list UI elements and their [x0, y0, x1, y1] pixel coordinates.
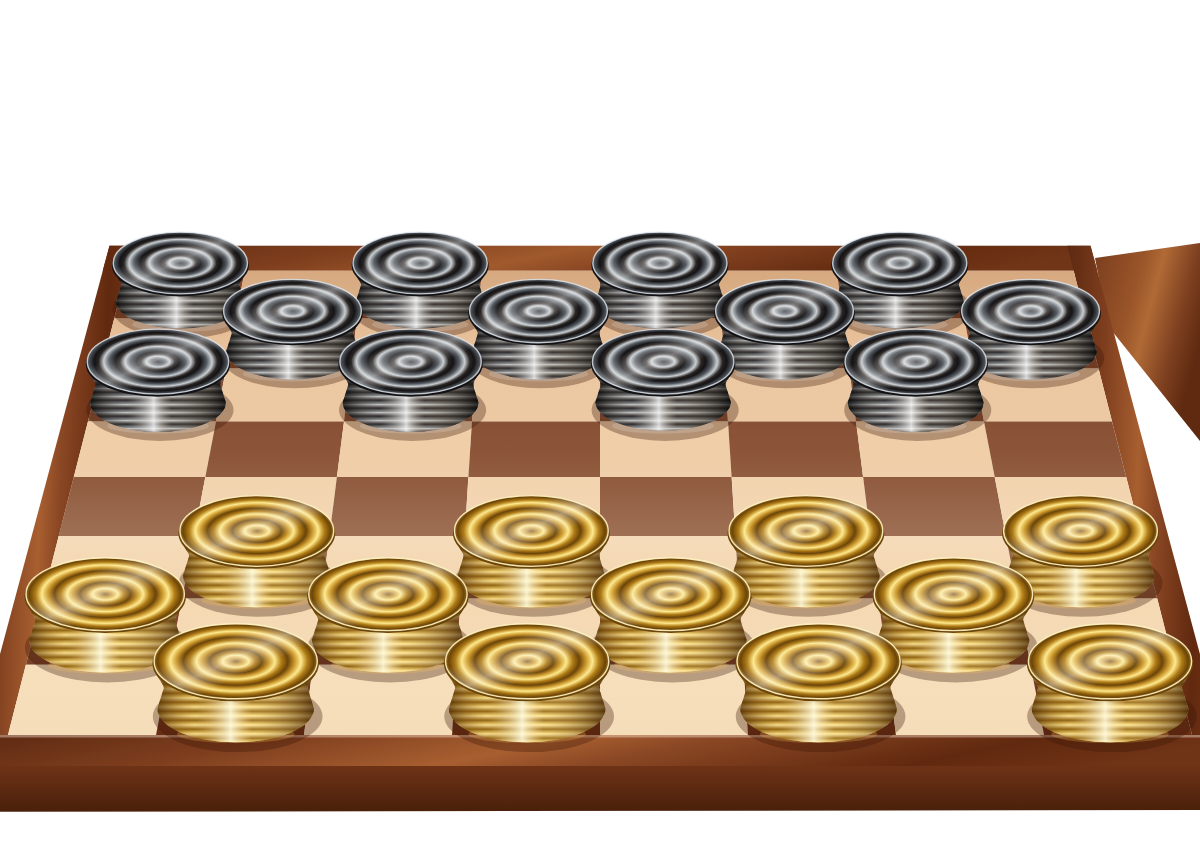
front-seam-highlight: [0, 735, 1200, 738]
square-r3c4[interactable]: [461, 536, 600, 598]
square-r1c3[interactable]: [304, 665, 457, 735]
gold-piece-r2c7[interactable]: ⛀: [873, 525, 1038, 682]
dark-piece-r8c7[interactable]: ⛂: [831, 205, 971, 338]
gold-piece-r3c6[interactable]: ⛀: [728, 464, 888, 617]
pieces-layer[interactable]: ⛂⛂⛂⛂⛂⛂⛂⛂⛂⛂⛂⛂⛀⛀⛀⛀⛀⛀⛀⛀⛀⛀⛀⛀: [24, 205, 1196, 752]
square-r8c6[interactable]: [718, 271, 843, 319]
square-r5c5[interactable]: [600, 421, 732, 477]
dark-piece-r7c6[interactable]: ⛂: [714, 251, 858, 388]
square-r1c6[interactable]: [744, 665, 897, 735]
square-r5c3[interactable]: [337, 421, 472, 477]
square-r6c4[interactable]: [472, 369, 600, 422]
gold-piece-r1c2[interactable]: ⛀: [152, 589, 322, 752]
square-r5c8[interactable]: [984, 421, 1126, 477]
gold-piece-r3c2[interactable]: ⛀: [178, 464, 338, 617]
square-r4c6[interactable]: [732, 477, 871, 536]
square-r6c7[interactable]: [849, 369, 984, 422]
square-r6c3[interactable]: [344, 369, 475, 422]
dark-piece-r8c3[interactable]: ⛂: [352, 205, 492, 338]
square-r7c6[interactable]: [721, 318, 849, 368]
gold-piece-r1c6[interactable]: ⛀: [735, 589, 905, 752]
far-depth-tint: [74, 246, 1126, 477]
gold-piece-r3c4[interactable]: ⛀: [453, 464, 613, 617]
square-r3c3[interactable]: [321, 536, 464, 598]
checkers-board[interactable]: ⛂⛂⛂⛂⛂⛂⛂⛂⛂⛂⛂⛂⛀⛀⛀⛀⛀⛀⛀⛀⛀⛀⛀⛀: [0, 0, 1200, 845]
square-r7c5[interactable]: [600, 318, 725, 368]
square-r3c6[interactable]: [735, 536, 878, 598]
square-r5c6[interactable]: [728, 421, 863, 477]
square-r1c2[interactable]: [156, 665, 313, 735]
square-r2c5[interactable]: [600, 599, 744, 665]
square-r3c2[interactable]: [182, 536, 329, 598]
square-r7c4[interactable]: [475, 318, 600, 368]
checkers-photo-scene: ⛂⛂⛂⛂⛂⛂⛂⛂⛂⛂⛂⛂⛀⛀⛀⛀⛀⛀⛀⛀⛀⛀⛀⛀: [0, 0, 1200, 845]
square-r8c7[interactable]: [837, 271, 965, 319]
square-r5c4[interactable]: [468, 421, 600, 477]
square-r7c7[interactable]: [843, 318, 974, 368]
gold-piece-r2c1[interactable]: ⛀: [24, 525, 189, 682]
square-r8c4[interactable]: [479, 271, 600, 319]
square-r1c4[interactable]: [452, 665, 600, 735]
dark-piece-r6c5[interactable]: ⛂: [591, 300, 739, 441]
square-r5c2[interactable]: [205, 421, 344, 477]
square-r6c6[interactable]: [725, 369, 856, 422]
gold-piece-r1c4[interactable]: ⛀: [444, 589, 614, 752]
square-r8c2[interactable]: [236, 271, 364, 319]
square-r5c1[interactable]: [74, 421, 216, 477]
square-r3c1[interactable]: [43, 536, 194, 598]
board-frame-left: [0, 246, 133, 766]
square-r8c3[interactable]: [357, 271, 482, 319]
square-r4c4[interactable]: [465, 477, 600, 536]
square-r1c8[interactable]: [1031, 665, 1193, 735]
square-r2c3[interactable]: [313, 599, 461, 665]
gloss-reflection: [8, 271, 1192, 735]
square-r4c7[interactable]: [863, 477, 1006, 536]
square-r3c8[interactable]: [1006, 536, 1157, 598]
square-r1c7[interactable]: [887, 665, 1044, 735]
dark-piece-r8c5[interactable]: ⛂: [591, 205, 731, 338]
square-r6c5[interactable]: [600, 369, 728, 422]
background-wood-panel: [1095, 243, 1200, 441]
board-front-face: [0, 766, 1200, 812]
gold-piece-r3c8[interactable]: ⛀: [1002, 464, 1162, 617]
square-r7c8[interactable]: [964, 318, 1098, 368]
dark-piece-r7c8[interactable]: ⛂: [960, 251, 1104, 388]
square-r8c5[interactable]: [600, 271, 721, 319]
dark-piece-r6c7[interactable]: ⛂: [844, 300, 992, 441]
square-r6c1[interactable]: [88, 369, 226, 422]
square-r3c5[interactable]: [600, 536, 739, 598]
gold-piece-r2c5[interactable]: ⛀: [590, 525, 755, 682]
square-r3c7[interactable]: [871, 536, 1018, 598]
dark-piece-r7c2[interactable]: ⛂: [222, 251, 366, 388]
board-surface-layer[interactable]: [0, 246, 1200, 812]
dark-piece-r7c4[interactable]: ⛂: [468, 251, 612, 388]
square-r2c7[interactable]: [879, 599, 1031, 665]
square-r1c5[interactable]: [600, 665, 748, 735]
square-r2c8[interactable]: [1018, 599, 1174, 665]
gold-piece-r1c8[interactable]: ⛀: [1027, 589, 1197, 752]
gloss-overlay-layer: [8, 246, 1192, 735]
square-r7c3[interactable]: [351, 318, 479, 368]
square-r2c4[interactable]: [457, 599, 601, 665]
square-r4c2[interactable]: [194, 477, 337, 536]
dark-piece-r6c1[interactable]: ⛂: [86, 300, 234, 441]
square-r2c2[interactable]: [170, 599, 322, 665]
square-r4c3[interactable]: [329, 477, 468, 536]
dark-piece-r8c1[interactable]: ⛂: [112, 205, 252, 338]
square-r4c1[interactable]: [59, 477, 206, 536]
square-r8c8[interactable]: [955, 271, 1085, 319]
dark-piece-r6c3[interactable]: ⛂: [338, 300, 486, 441]
square-r2c6[interactable]: [739, 599, 887, 665]
square-r4c8[interactable]: [995, 477, 1142, 536]
square-r1c1[interactable]: [8, 665, 170, 735]
gold-piece-r2c3[interactable]: ⛀: [307, 525, 472, 682]
square-r6c2[interactable]: [216, 369, 351, 422]
board-frame-right: [1067, 246, 1200, 766]
board-frame-far: [103, 246, 1098, 271]
board-frame-front: [0, 735, 1200, 766]
square-r7c1[interactable]: [102, 318, 236, 368]
square-r6c8[interactable]: [974, 369, 1112, 422]
square-r8c1[interactable]: [114, 271, 245, 319]
square-r2c1[interactable]: [26, 599, 182, 665]
background-layer: [1095, 243, 1200, 441]
square-r5c7[interactable]: [856, 421, 995, 477]
square-r7c2[interactable]: [226, 318, 357, 368]
square-r4c5[interactable]: [600, 477, 735, 536]
